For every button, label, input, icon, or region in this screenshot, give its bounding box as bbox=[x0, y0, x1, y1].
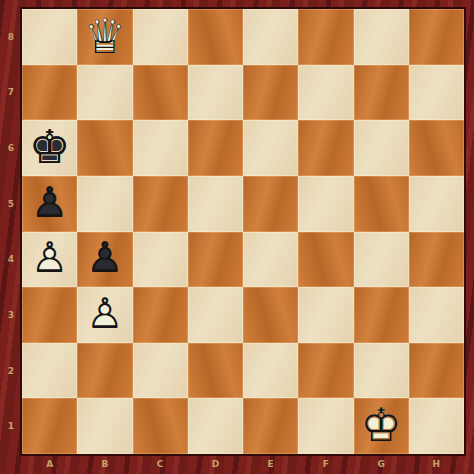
square-f7[interactable] bbox=[298, 65, 353, 121]
white-king-outline: ♔ bbox=[354, 402, 409, 448]
square-g7[interactable] bbox=[354, 65, 409, 121]
black-king[interactable]: ♚♔ bbox=[22, 120, 77, 176]
rank-label-5: 5 bbox=[0, 176, 22, 232]
square-g1[interactable]: ♚♔ bbox=[354, 398, 409, 454]
black-pawn-outline: ♙ bbox=[77, 237, 132, 279]
square-e6[interactable] bbox=[243, 120, 298, 176]
square-h4[interactable] bbox=[409, 232, 464, 288]
square-c3[interactable] bbox=[133, 287, 188, 343]
square-b4[interactable]: ♟♙ bbox=[77, 232, 132, 288]
white-pawn[interactable]: ♟♙ bbox=[77, 287, 132, 343]
file-label-e: E bbox=[243, 454, 298, 474]
board-frame: 87654321 ♛♕♚♔♟♙♟♙♟♙♟♙♚♔ ABCDEFGH bbox=[0, 0, 474, 474]
black-king-outline: ♔ bbox=[22, 124, 77, 170]
square-d3[interactable] bbox=[188, 287, 243, 343]
square-d2[interactable] bbox=[188, 343, 243, 399]
square-f5[interactable] bbox=[298, 176, 353, 232]
square-f1[interactable] bbox=[298, 398, 353, 454]
file-label-g: G bbox=[354, 454, 409, 474]
rank-label-3: 3 bbox=[0, 287, 22, 343]
file-label-d: D bbox=[188, 454, 243, 474]
square-a4[interactable]: ♟♙ bbox=[22, 232, 77, 288]
rank-label-7: 7 bbox=[0, 65, 22, 121]
square-c7[interactable] bbox=[133, 65, 188, 121]
square-e3[interactable] bbox=[243, 287, 298, 343]
square-f6[interactable] bbox=[298, 120, 353, 176]
square-e8[interactable] bbox=[243, 9, 298, 65]
square-e1[interactable] bbox=[243, 398, 298, 454]
square-e2[interactable] bbox=[243, 343, 298, 399]
square-f4[interactable] bbox=[298, 232, 353, 288]
square-a2[interactable] bbox=[22, 343, 77, 399]
square-g4[interactable] bbox=[354, 232, 409, 288]
square-e7[interactable] bbox=[243, 65, 298, 121]
file-label-b: B bbox=[77, 454, 132, 474]
white-pawn-outline: ♙ bbox=[77, 293, 132, 335]
square-d5[interactable] bbox=[188, 176, 243, 232]
square-g2[interactable] bbox=[354, 343, 409, 399]
black-pawn-outline: ♙ bbox=[22, 181, 77, 223]
square-h1[interactable] bbox=[409, 398, 464, 454]
square-h8[interactable] bbox=[409, 9, 464, 65]
file-label-c: C bbox=[133, 454, 188, 474]
square-b2[interactable] bbox=[77, 343, 132, 399]
square-d7[interactable] bbox=[188, 65, 243, 121]
white-pawn-outline: ♙ bbox=[22, 237, 77, 279]
square-f8[interactable] bbox=[298, 9, 353, 65]
file-label-h: H bbox=[409, 454, 464, 474]
square-d1[interactable] bbox=[188, 398, 243, 454]
white-queen-outline: ♕ bbox=[77, 11, 132, 59]
square-g5[interactable] bbox=[354, 176, 409, 232]
square-c8[interactable] bbox=[133, 9, 188, 65]
square-b1[interactable] bbox=[77, 398, 132, 454]
square-a5[interactable]: ♟♙ bbox=[22, 176, 77, 232]
white-king[interactable]: ♚♔ bbox=[354, 398, 409, 454]
square-a6[interactable]: ♚♔ bbox=[22, 120, 77, 176]
chess-board: ♛♕♚♔♟♙♟♙♟♙♟♙♚♔ bbox=[22, 9, 464, 454]
square-e4[interactable] bbox=[243, 232, 298, 288]
square-h6[interactable] bbox=[409, 120, 464, 176]
square-e5[interactable] bbox=[243, 176, 298, 232]
square-b6[interactable] bbox=[77, 120, 132, 176]
square-h3[interactable] bbox=[409, 287, 464, 343]
file-label-a: A bbox=[22, 454, 77, 474]
square-d8[interactable] bbox=[188, 9, 243, 65]
rank-label-4: 4 bbox=[0, 232, 22, 288]
square-d6[interactable] bbox=[188, 120, 243, 176]
square-h2[interactable] bbox=[409, 343, 464, 399]
rank-label-8: 8 bbox=[0, 9, 22, 65]
square-f2[interactable] bbox=[298, 343, 353, 399]
square-c6[interactable] bbox=[133, 120, 188, 176]
square-a8[interactable] bbox=[22, 9, 77, 65]
file-labels: ABCDEFGH bbox=[22, 454, 464, 474]
white-pawn[interactable]: ♟♙ bbox=[22, 232, 77, 288]
rank-label-1: 1 bbox=[0, 398, 22, 454]
square-h7[interactable] bbox=[409, 65, 464, 121]
square-c2[interactable] bbox=[133, 343, 188, 399]
square-g3[interactable] bbox=[354, 287, 409, 343]
square-a1[interactable] bbox=[22, 398, 77, 454]
square-c1[interactable] bbox=[133, 398, 188, 454]
square-b5[interactable] bbox=[77, 176, 132, 232]
file-label-f: F bbox=[298, 454, 353, 474]
rank-labels: 87654321 bbox=[0, 9, 22, 454]
square-f3[interactable] bbox=[298, 287, 353, 343]
square-a7[interactable] bbox=[22, 65, 77, 121]
square-g8[interactable] bbox=[354, 9, 409, 65]
square-c4[interactable] bbox=[133, 232, 188, 288]
white-queen[interactable]: ♛♕ bbox=[77, 9, 132, 65]
rank-label-2: 2 bbox=[0, 343, 22, 399]
black-pawn[interactable]: ♟♙ bbox=[77, 232, 132, 288]
square-g6[interactable] bbox=[354, 120, 409, 176]
rank-label-6: 6 bbox=[0, 120, 22, 176]
square-a3[interactable] bbox=[22, 287, 77, 343]
square-h5[interactable] bbox=[409, 176, 464, 232]
black-pawn[interactable]: ♟♙ bbox=[22, 176, 77, 232]
square-b7[interactable] bbox=[77, 65, 132, 121]
square-c5[interactable] bbox=[133, 176, 188, 232]
square-d4[interactable] bbox=[188, 232, 243, 288]
square-b8[interactable]: ♛♕ bbox=[77, 9, 132, 65]
square-b3[interactable]: ♟♙ bbox=[77, 287, 132, 343]
